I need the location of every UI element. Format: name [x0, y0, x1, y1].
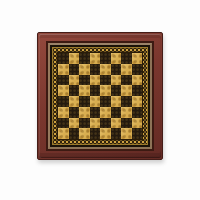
square-e6[interactable] [100, 75, 111, 86]
square-e2[interactable] [100, 118, 111, 129]
chess-board-grid [58, 53, 142, 139]
square-g1[interactable] [121, 128, 132, 139]
square-g7[interactable] [121, 64, 132, 75]
square-c8[interactable] [79, 53, 90, 64]
square-g8[interactable] [121, 53, 132, 64]
square-a2[interactable] [58, 118, 69, 129]
square-a5[interactable] [58, 85, 69, 96]
square-c1[interactable] [79, 128, 90, 139]
square-b2[interactable] [69, 118, 80, 129]
square-b4[interactable] [69, 96, 80, 107]
square-e8[interactable] [100, 53, 111, 64]
square-f1[interactable] [111, 128, 122, 139]
square-f4[interactable] [111, 96, 122, 107]
square-e5[interactable] [100, 85, 111, 96]
square-e1[interactable] [100, 128, 111, 139]
chess-board-frame [37, 32, 163, 160]
square-d2[interactable] [90, 118, 101, 129]
square-c7[interactable] [79, 64, 90, 75]
square-h1[interactable] [132, 128, 143, 139]
square-a3[interactable] [58, 107, 69, 118]
square-h2[interactable] [132, 118, 143, 129]
square-d4[interactable] [90, 96, 101, 107]
square-f7[interactable] [111, 64, 122, 75]
square-b8[interactable] [69, 53, 80, 64]
square-d1[interactable] [90, 128, 101, 139]
square-d7[interactable] [90, 64, 101, 75]
square-c4[interactable] [79, 96, 90, 107]
square-b6[interactable] [69, 75, 80, 86]
square-d3[interactable] [90, 107, 101, 118]
square-e3[interactable] [100, 107, 111, 118]
square-b5[interactable] [69, 85, 80, 96]
frame-inner-lip [48, 43, 152, 149]
square-h4[interactable] [132, 96, 143, 107]
square-d5[interactable] [90, 85, 101, 96]
decorative-gold-border [52, 47, 148, 145]
square-e4[interactable] [100, 96, 111, 107]
square-e7[interactable] [100, 64, 111, 75]
square-g5[interactable] [121, 85, 132, 96]
square-g3[interactable] [121, 107, 132, 118]
square-f5[interactable] [111, 85, 122, 96]
square-a7[interactable] [58, 64, 69, 75]
square-g2[interactable] [121, 118, 132, 129]
square-h5[interactable] [132, 85, 143, 96]
square-d8[interactable] [90, 53, 101, 64]
square-a6[interactable] [58, 75, 69, 86]
square-f3[interactable] [111, 107, 122, 118]
square-a8[interactable] [58, 53, 69, 64]
square-a1[interactable] [58, 128, 69, 139]
square-h6[interactable] [132, 75, 143, 86]
frame-groove [46, 41, 154, 151]
square-a4[interactable] [58, 96, 69, 107]
square-g4[interactable] [121, 96, 132, 107]
square-h7[interactable] [132, 64, 143, 75]
square-c3[interactable] [79, 107, 90, 118]
square-b7[interactable] [69, 64, 80, 75]
product-photo-background [0, 0, 200, 200]
square-f8[interactable] [111, 53, 122, 64]
square-f6[interactable] [111, 75, 122, 86]
square-h3[interactable] [132, 107, 143, 118]
square-c5[interactable] [79, 85, 90, 96]
square-f2[interactable] [111, 118, 122, 129]
square-g6[interactable] [121, 75, 132, 86]
square-d6[interactable] [90, 75, 101, 86]
square-b1[interactable] [69, 128, 80, 139]
square-h8[interactable] [132, 53, 143, 64]
square-c2[interactable] [79, 118, 90, 129]
square-c6[interactable] [79, 75, 90, 86]
square-b3[interactable] [69, 107, 80, 118]
